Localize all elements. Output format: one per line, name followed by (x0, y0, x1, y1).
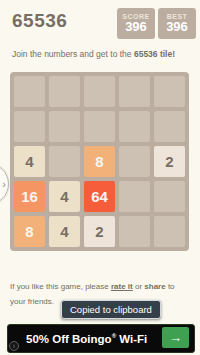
tile-2: 2 (84, 216, 115, 247)
tile-64: 64 (84, 181, 115, 212)
intro-prefix: Join the numbers and get to the (12, 49, 134, 59)
intro-text: Join the numbers and get to the 65536 ti… (12, 49, 175, 59)
empty-cell (84, 76, 115, 107)
footer-text-4: your friends. (10, 297, 54, 306)
empty-cell (154, 181, 185, 212)
empty-cell (119, 111, 150, 142)
score-value: 396 (125, 20, 147, 34)
tile-4: 4 (49, 181, 80, 212)
app-screen: 65536 SCORE 396 BEST 396 Join the number… (0, 0, 200, 355)
empty-cell (154, 111, 185, 142)
ad-banner[interactable]: 50% Off Boingo® Wi-Fi → i (7, 324, 195, 353)
tile-4: 4 (49, 216, 80, 247)
footer-text-2: or (133, 282, 145, 291)
side-drawer-handle[interactable]: › (0, 163, 9, 205)
page-title: 65536 (12, 10, 67, 32)
rate-link[interactable]: rate it (111, 282, 133, 291)
ad-headline: 50% Off Boingo® Wi-Fi (26, 333, 147, 345)
tile-16: 16 (14, 181, 45, 212)
tile-8: 8 (84, 146, 115, 177)
score-badges: SCORE 396 BEST 396 (117, 8, 196, 39)
ad-cta-button[interactable]: → (162, 327, 189, 348)
best-value: 396 (166, 20, 188, 34)
empty-cell (154, 76, 185, 107)
board[interactable]: 48216464842 (10, 72, 189, 251)
tile-2: 2 (154, 146, 185, 177)
tile-4: 4 (14, 146, 45, 177)
footer-text-3: to (166, 282, 175, 291)
empty-cell (84, 111, 115, 142)
empty-cell (119, 76, 150, 107)
share-link[interactable]: share (144, 282, 165, 291)
ad-headline-pre: 50% Off Boingo (26, 333, 112, 345)
score-badge: SCORE 396 (117, 8, 155, 39)
empty-cell (14, 76, 45, 107)
ad-info-icon[interactable]: i (9, 341, 19, 351)
empty-cell (49, 146, 80, 177)
empty-cell (49, 76, 80, 107)
ad-headline-post: Wi-Fi (116, 333, 147, 345)
empty-cell (119, 146, 150, 177)
footer-text-1: If you like this game, please (10, 282, 111, 291)
arrow-right-icon: → (169, 331, 182, 344)
best-badge: BEST 396 (158, 8, 196, 39)
chevron-right-icon: › (2, 178, 6, 190)
empty-cell (119, 181, 150, 212)
empty-cell (154, 216, 185, 247)
empty-cell (49, 111, 80, 142)
tile-8: 8 (14, 216, 45, 247)
empty-cell (14, 111, 45, 142)
intro-goal: 65536 tile! (134, 49, 175, 59)
empty-cell (119, 216, 150, 247)
toast-text: Copied to clipboard (70, 304, 152, 315)
toast-copied-to-clipboard: Copied to clipboard (61, 300, 161, 319)
